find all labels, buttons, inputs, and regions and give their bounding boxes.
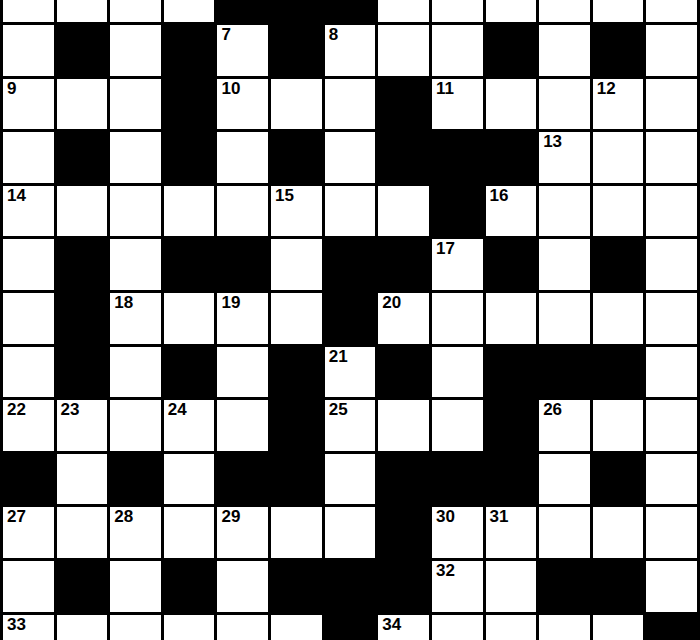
black-cell-r1-c5 xyxy=(271,25,322,76)
clue-number-16: 16 xyxy=(490,187,509,206)
white-cell-r10-c1[interactable] xyxy=(57,507,108,558)
white-cell-r2-c12[interactable] xyxy=(646,79,697,130)
clue-number-30: 30 xyxy=(436,508,455,527)
white-cell-r6-c8[interactable] xyxy=(432,293,483,344)
white-cell-r3-c12[interactable] xyxy=(646,132,697,183)
white-cell-r0-c10[interactable] xyxy=(539,0,590,22)
white-cell-r3-c10[interactable]: 13 xyxy=(539,132,590,183)
white-cell-r9-c10[interactable] xyxy=(539,454,590,505)
white-cell-r5-c5[interactable] xyxy=(271,239,322,290)
black-cell-r5-c4 xyxy=(217,239,268,290)
white-cell-r6-c5[interactable] xyxy=(271,293,322,344)
white-cell-r10-c4[interactable]: 29 xyxy=(217,507,268,558)
white-cell-r1-c12[interactable] xyxy=(646,25,697,76)
white-cell-r6-c4[interactable]: 19 xyxy=(217,293,268,344)
clue-number-11: 11 xyxy=(436,80,454,99)
black-cell-r5-c7 xyxy=(378,239,429,290)
black-cell-r12-c6 xyxy=(325,615,376,640)
white-cell-r2-c5[interactable] xyxy=(271,79,322,130)
white-cell-r6-c10[interactable] xyxy=(539,293,590,344)
black-cell-r9-c2 xyxy=(110,454,161,505)
clue-number-26: 26 xyxy=(543,401,562,420)
white-cell-r12-c11[interactable] xyxy=(593,615,644,640)
white-cell-r8-c4[interactable] xyxy=(217,400,268,451)
white-cell-r10-c9[interactable]: 31 xyxy=(486,507,537,558)
white-cell-r4-c1[interactable] xyxy=(57,186,108,237)
white-cell-r1-c6[interactable]: 8 xyxy=(325,25,376,76)
white-cell-r5-c12[interactable] xyxy=(646,239,697,290)
white-cell-r7-c0[interactable] xyxy=(3,347,54,398)
white-cell-r8-c11[interactable] xyxy=(593,400,644,451)
black-cell-r5-c9 xyxy=(486,239,537,290)
white-cell-r4-c12[interactable] xyxy=(646,186,697,237)
white-cell-r10-c2[interactable]: 28 xyxy=(110,507,161,558)
white-cell-r8-c3[interactable]: 24 xyxy=(164,400,215,451)
white-cell-r2-c6[interactable] xyxy=(325,79,376,130)
white-cell-r8-c0[interactable]: 22 xyxy=(3,400,54,451)
black-cell-r11-c11 xyxy=(593,561,644,612)
white-cell-r5-c8[interactable]: 17 xyxy=(432,239,483,290)
white-cell-r0-c12[interactable] xyxy=(646,0,697,22)
white-cell-r1-c2[interactable] xyxy=(110,25,161,76)
white-cell-r2-c2[interactable] xyxy=(110,79,161,130)
black-cell-r1-c9 xyxy=(486,25,537,76)
black-cell-r5-c6 xyxy=(325,239,376,290)
clue-number-24: 24 xyxy=(168,401,187,420)
white-cell-r10-c10[interactable] xyxy=(539,507,590,558)
white-cell-r2-c1[interactable] xyxy=(57,79,108,130)
white-cell-r3-c6[interactable] xyxy=(325,132,376,183)
black-cell-r7-c3 xyxy=(164,347,215,398)
white-cell-r12-c0[interactable]: 33 xyxy=(3,615,54,640)
white-cell-r8-c7[interactable] xyxy=(378,400,429,451)
black-cell-r1-c1 xyxy=(57,25,108,76)
clue-number-23: 23 xyxy=(61,401,80,420)
white-cell-r6-c12[interactable] xyxy=(646,293,697,344)
clue-number-19: 19 xyxy=(221,294,240,313)
white-cell-r4-c9[interactable]: 16 xyxy=(486,186,537,237)
white-cell-r7-c8[interactable] xyxy=(432,347,483,398)
white-cell-r10-c12[interactable] xyxy=(646,507,697,558)
clue-number-32: 32 xyxy=(436,562,455,581)
white-cell-r11-c12[interactable] xyxy=(646,561,697,612)
clue-number-22: 22 xyxy=(7,401,26,420)
clue-number-20: 20 xyxy=(382,294,401,313)
black-cell-r8-c5 xyxy=(271,400,322,451)
black-cell-r11-c10 xyxy=(539,561,590,612)
black-cell-r4-c8 xyxy=(432,186,483,237)
white-cell-r4-c7[interactable] xyxy=(378,186,429,237)
white-cell-r4-c5[interactable]: 15 xyxy=(271,186,322,237)
black-cell-r11-c7 xyxy=(378,561,429,612)
white-cell-r8-c10[interactable]: 26 xyxy=(539,400,590,451)
white-cell-r12-c5[interactable] xyxy=(271,615,322,640)
clue-number-13: 13 xyxy=(543,133,562,152)
black-cell-r7-c7 xyxy=(378,347,429,398)
white-cell-r8-c12[interactable] xyxy=(646,400,697,451)
black-cell-r8-c9 xyxy=(486,400,537,451)
white-cell-r12-c1[interactable] xyxy=(57,615,108,640)
black-cell-r0-c5 xyxy=(271,0,322,22)
white-cell-r7-c2[interactable] xyxy=(110,347,161,398)
clue-number-33: 33 xyxy=(7,616,26,635)
black-cell-r5-c3 xyxy=(164,239,215,290)
black-cell-r3-c8 xyxy=(432,132,483,183)
black-cell-r0-c4 xyxy=(217,0,268,22)
white-cell-r12-c9[interactable] xyxy=(486,615,537,640)
black-cell-r9-c0 xyxy=(3,454,54,505)
clue-number-31: 31 xyxy=(490,508,509,527)
white-cell-r10-c6[interactable] xyxy=(325,507,376,558)
black-cell-r9-c11 xyxy=(593,454,644,505)
black-cell-r9-c7 xyxy=(378,454,429,505)
black-cell-r9-c4 xyxy=(217,454,268,505)
black-cell-r2-c3 xyxy=(164,79,215,130)
clue-number-17: 17 xyxy=(436,240,455,259)
white-cell-r10-c8[interactable]: 30 xyxy=(432,507,483,558)
white-cell-r4-c4[interactable] xyxy=(217,186,268,237)
clue-number-9: 9 xyxy=(7,80,16,99)
black-cell-r5-c11 xyxy=(593,239,644,290)
black-cell-r9-c9 xyxy=(486,454,537,505)
white-cell-r8-c6[interactable]: 25 xyxy=(325,400,376,451)
white-cell-r8-c2[interactable] xyxy=(110,400,161,451)
white-cell-r10-c11[interactable] xyxy=(593,507,644,558)
black-cell-r3-c3 xyxy=(164,132,215,183)
white-cell-r4-c6[interactable] xyxy=(325,186,376,237)
white-cell-r0-c1[interactable] xyxy=(57,0,108,22)
white-cell-r3-c4[interactable] xyxy=(217,132,268,183)
white-cell-r4-c3[interactable] xyxy=(164,186,215,237)
black-cell-r0-c6 xyxy=(325,0,376,22)
white-cell-r4-c0[interactable]: 14 xyxy=(3,186,54,237)
black-cell-r3-c7 xyxy=(378,132,429,183)
white-cell-r6-c7[interactable]: 20 xyxy=(378,293,429,344)
black-cell-r3-c9 xyxy=(486,132,537,183)
white-cell-r12-c10[interactable] xyxy=(539,615,590,640)
white-cell-r1-c4[interactable]: 7 xyxy=(217,25,268,76)
white-cell-r1-c10[interactable] xyxy=(539,25,590,76)
black-cell-r11-c3 xyxy=(164,561,215,612)
white-cell-r0-c3[interactable] xyxy=(164,0,215,22)
crossword-grid: 7891011121314151617181920212223242526272… xyxy=(0,0,700,640)
white-cell-r9-c1[interactable] xyxy=(57,454,108,505)
black-cell-r2-c7 xyxy=(378,79,429,130)
clue-number-25: 25 xyxy=(329,401,348,420)
white-cell-r2-c9[interactable] xyxy=(486,79,537,130)
white-cell-r10-c0[interactable]: 27 xyxy=(3,507,54,558)
clue-number-14: 14 xyxy=(7,187,26,206)
white-cell-r0-c0[interactable] xyxy=(3,0,54,22)
white-cell-r10-c5[interactable] xyxy=(271,507,322,558)
black-cell-r12-c12 xyxy=(646,615,697,640)
white-cell-r1-c8[interactable] xyxy=(432,25,483,76)
white-cell-r1-c0[interactable] xyxy=(3,25,54,76)
clue-number-15: 15 xyxy=(275,187,294,206)
white-cell-r9-c3[interactable] xyxy=(164,454,215,505)
black-cell-r6-c1 xyxy=(57,293,108,344)
clue-number-27: 27 xyxy=(7,508,26,527)
white-cell-r2-c4[interactable]: 10 xyxy=(217,79,268,130)
white-cell-r6-c3[interactable] xyxy=(164,293,215,344)
white-cell-r10-c3[interactable] xyxy=(164,507,215,558)
white-cell-r6-c2[interactable]: 18 xyxy=(110,293,161,344)
white-cell-r4-c11[interactable] xyxy=(593,186,644,237)
white-cell-r11-c8[interactable]: 32 xyxy=(432,561,483,612)
black-cell-r1-c11 xyxy=(593,25,644,76)
white-cell-r11-c0[interactable] xyxy=(3,561,54,612)
white-cell-r3-c11[interactable] xyxy=(593,132,644,183)
white-cell-r11-c4[interactable] xyxy=(217,561,268,612)
clue-number-10: 10 xyxy=(221,80,240,99)
black-cell-r11-c6 xyxy=(325,561,376,612)
white-cell-r5-c0[interactable] xyxy=(3,239,54,290)
clue-number-18: 18 xyxy=(114,294,133,313)
white-cell-r9-c6[interactable] xyxy=(325,454,376,505)
white-cell-r12-c4[interactable] xyxy=(217,615,268,640)
clue-number-29: 29 xyxy=(221,508,240,527)
white-cell-r0-c11[interactable] xyxy=(593,0,644,22)
black-cell-r7-c11 xyxy=(593,347,644,398)
black-cell-r11-c1 xyxy=(57,561,108,612)
white-cell-r0-c2[interactable] xyxy=(110,0,161,22)
white-cell-r12-c8[interactable] xyxy=(432,615,483,640)
clue-number-7: 7 xyxy=(221,26,230,45)
white-cell-r8-c8[interactable] xyxy=(432,400,483,451)
white-cell-r5-c2[interactable] xyxy=(110,239,161,290)
black-cell-r9-c8 xyxy=(432,454,483,505)
white-cell-r12-c2[interactable] xyxy=(110,615,161,640)
clue-number-12: 12 xyxy=(597,80,616,99)
white-cell-r8-c1[interactable]: 23 xyxy=(57,400,108,451)
black-cell-r7-c10 xyxy=(539,347,590,398)
white-cell-r7-c6[interactable]: 21 xyxy=(325,347,376,398)
white-cell-r11-c9[interactable] xyxy=(486,561,537,612)
black-cell-r11-c5 xyxy=(271,561,322,612)
white-cell-r7-c4[interactable] xyxy=(217,347,268,398)
white-cell-r2-c11[interactable]: 12 xyxy=(593,79,644,130)
black-cell-r9-c5 xyxy=(271,454,322,505)
black-cell-r7-c1 xyxy=(57,347,108,398)
white-cell-r12-c3[interactable] xyxy=(164,615,215,640)
white-cell-r6-c11[interactable] xyxy=(593,293,644,344)
white-cell-r9-c12[interactable] xyxy=(646,454,697,505)
clue-number-21: 21 xyxy=(329,348,348,367)
white-cell-r2-c8[interactable]: 11 xyxy=(432,79,483,130)
black-cell-r5-c1 xyxy=(57,239,108,290)
white-cell-r4-c2[interactable] xyxy=(110,186,161,237)
white-cell-r0-c7[interactable] xyxy=(378,0,429,22)
white-cell-r6-c0[interactable] xyxy=(3,293,54,344)
white-cell-r11-c2[interactable] xyxy=(110,561,161,612)
white-cell-r0-c8[interactable] xyxy=(432,0,483,22)
clue-number-28: 28 xyxy=(114,508,133,527)
white-cell-r0-c9[interactable] xyxy=(486,0,537,22)
white-cell-r3-c2[interactable] xyxy=(110,132,161,183)
white-cell-r3-c0[interactable] xyxy=(3,132,54,183)
white-cell-r7-c12[interactable] xyxy=(646,347,697,398)
white-cell-r12-c7[interactable]: 34 xyxy=(378,615,429,640)
clue-number-8: 8 xyxy=(329,26,338,45)
white-cell-r1-c7[interactable] xyxy=(378,25,429,76)
white-cell-r5-c10[interactable] xyxy=(539,239,590,290)
clue-number-34: 34 xyxy=(382,616,401,635)
white-cell-r6-c9[interactable] xyxy=(486,293,537,344)
black-cell-r1-c3 xyxy=(164,25,215,76)
black-cell-r7-c5 xyxy=(271,347,322,398)
white-cell-r2-c0[interactable]: 9 xyxy=(3,79,54,130)
white-cell-r4-c10[interactable] xyxy=(539,186,590,237)
black-cell-r3-c5 xyxy=(271,132,322,183)
black-cell-r10-c7 xyxy=(378,507,429,558)
white-cell-r2-c10[interactable] xyxy=(539,79,590,130)
black-cell-r6-c6 xyxy=(325,293,376,344)
black-cell-r7-c9 xyxy=(486,347,537,398)
black-cell-r3-c1 xyxy=(57,132,108,183)
